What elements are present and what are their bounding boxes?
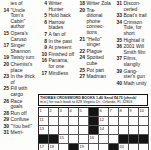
grid-cell[interactable] bbox=[109, 135, 119, 144]
clue-text: Hold back bbox=[49, 13, 78, 19]
clue-number: 39 bbox=[114, 69, 122, 80]
grid-cell[interactable] bbox=[99, 135, 109, 144]
clue-item: 6Harrow blades bbox=[39, 20, 77, 31]
cell-number: 2 bbox=[50, 108, 52, 113]
clue-item: 4Writer Hunter bbox=[39, 1, 77, 12]
clue-number: 16 bbox=[39, 58, 47, 69]
clue-number: 9 bbox=[39, 45, 47, 51]
grid-cell[interactable]: 14 bbox=[99, 126, 109, 135]
cell-number: 14 bbox=[100, 126, 104, 131]
grid-cell[interactable] bbox=[59, 117, 69, 126]
clue-item: 16Panama, for one bbox=[39, 58, 77, 69]
clue-item: 5Hold back bbox=[39, 13, 77, 19]
clue-item: 26Race goals bbox=[1, 99, 37, 110]
cell-number: 20 bbox=[120, 144, 124, 149]
cell-number: 8 bbox=[120, 108, 122, 113]
clue-text: Writer Zola bbox=[87, 1, 115, 7]
clue-number: 4 bbox=[39, 1, 47, 12]
clue-text: Boat's trail bbox=[124, 13, 151, 19]
grid-cell[interactable] bbox=[49, 117, 59, 126]
grid-cell[interactable]: 15 bbox=[59, 135, 69, 144]
clue-item: 14"Uncle Tom's Cabin" author bbox=[1, 8, 37, 30]
newspaper-crossword-page: ies of14"Uncle Tom's Cabin" author15Oper… bbox=[0, 0, 150, 150]
cell-number: 12 bbox=[100, 117, 104, 122]
clue-number: 33 bbox=[114, 13, 122, 19]
clue-item: 27Madman bbox=[77, 74, 114, 80]
clue-item: 362001 Will Smith film bbox=[114, 44, 150, 55]
clue-text: A fan of bbox=[49, 32, 78, 38]
cell-number: 19 bbox=[80, 144, 84, 149]
clue-number: 27 bbox=[77, 74, 85, 80]
clue-number: 26 bbox=[1, 99, 9, 110]
grid-cell[interactable]: 1 bbox=[39, 108, 49, 117]
block-cell bbox=[49, 135, 59, 144]
clue-item: 33Boat's trail bbox=[114, 13, 150, 19]
block-cell bbox=[89, 126, 99, 135]
clue-text: At present bbox=[49, 45, 78, 51]
clue-number: 37 bbox=[114, 56, 122, 67]
clue-item: 34Crimson Tide, for short bbox=[114, 20, 150, 37]
cell-number: 10 bbox=[140, 108, 144, 113]
right-area: 4Writer Hunter5Hold back6Harrow blades7A… bbox=[37, 0, 150, 150]
grid-cell[interactable] bbox=[109, 117, 119, 126]
clue-number: 15 bbox=[1, 31, 9, 42]
cell-number: 13 bbox=[40, 126, 44, 131]
grid-cell[interactable] bbox=[119, 126, 129, 135]
clue-number: 25 bbox=[1, 86, 9, 97]
crossword-grid-area: 1234567891011121314151617181920 bbox=[37, 107, 150, 150]
clue-item: 39Gang- ster's gun bbox=[114, 69, 150, 80]
crossword-books-promo: THOMAS CROSSWORD BOOKS 1-40 Send $4.75 (… bbox=[38, 94, 148, 106]
block-cell bbox=[39, 135, 49, 144]
grid-cell[interactable] bbox=[89, 144, 99, 150]
cell-number: 9 bbox=[130, 108, 132, 113]
grid-cell[interactable] bbox=[59, 126, 69, 135]
clue-text: Race goals bbox=[11, 99, 38, 110]
grid-cell[interactable] bbox=[139, 144, 149, 150]
clue-text: Mindless bbox=[49, 71, 78, 77]
clue-text: Tra- ditional phone connec- tions bbox=[87, 8, 115, 36]
clue-number: 6 bbox=[39, 20, 47, 31]
clue-item: 9At present bbox=[39, 45, 77, 51]
clue-text: Merri- bbox=[11, 130, 38, 136]
block-cell bbox=[119, 135, 129, 144]
clue-item: 17Singer Shannon bbox=[1, 43, 37, 54]
grid-cell[interactable] bbox=[139, 126, 149, 135]
clue-text: Spotted cube bbox=[87, 55, 115, 66]
cell-number: 1 bbox=[40, 108, 42, 113]
clue-number: 20 bbox=[77, 8, 85, 36]
cell-number: 3 bbox=[60, 108, 62, 113]
clue-number: 36 bbox=[114, 44, 122, 55]
grid-cell[interactable]: 12 bbox=[99, 117, 109, 126]
clue-text: "Uncle Tom's Cabin" author bbox=[11, 8, 38, 30]
clue-text: Discon- certed bbox=[124, 1, 151, 12]
grid-cell[interactable] bbox=[69, 117, 79, 126]
block-cell bbox=[129, 135, 139, 144]
grid-cell[interactable] bbox=[129, 144, 139, 150]
clue-number: 17 bbox=[1, 43, 9, 54]
grid-cell[interactable]: 10 bbox=[139, 108, 149, 117]
clue-text: Films, slangily bbox=[124, 56, 151, 67]
crossword-grid: 1234567891011121314151617181920 bbox=[38, 107, 149, 150]
clue-number: 34 bbox=[114, 20, 122, 37]
clue-number: 24 bbox=[77, 55, 85, 66]
cell-number: 7 bbox=[110, 108, 112, 113]
clue-text: ies of bbox=[11, 1, 38, 7]
clue-item: 25Fill with cargo bbox=[1, 86, 37, 97]
grid-cell[interactable]: 7 bbox=[109, 108, 119, 117]
grid-cell[interactable]: 4 bbox=[69, 108, 79, 117]
clue-number: 31 bbox=[114, 1, 122, 12]
clue-item: 23In the thick of bbox=[1, 74, 37, 85]
clue-text: In the thick of bbox=[11, 74, 38, 85]
clue-item: 31Merri- bbox=[1, 130, 37, 136]
grid-cell[interactable]: 19 bbox=[79, 144, 89, 150]
grid-cell[interactable]: 11 bbox=[39, 117, 49, 126]
cell-number: 15 bbox=[60, 135, 64, 140]
clue-number: 20 bbox=[1, 62, 9, 73]
down-clues-column-3: 31Discon- certed33Boat's trail34Crimson … bbox=[114, 0, 150, 94]
clue-number bbox=[1, 1, 9, 7]
grid-cell[interactable] bbox=[139, 117, 149, 126]
grid-cell[interactable] bbox=[79, 117, 89, 126]
grid-cell[interactable]: 6 bbox=[99, 108, 109, 117]
block-cell bbox=[139, 135, 149, 144]
clue-text: Panama, for one bbox=[49, 58, 78, 69]
clue-item: 15Opera's Caruso bbox=[1, 31, 37, 42]
grid-cell[interactable] bbox=[69, 135, 79, 144]
clue-item: 17Mindless bbox=[39, 71, 77, 77]
grid-cell[interactable]: 2 bbox=[49, 108, 59, 117]
cell-number: 4 bbox=[70, 108, 72, 113]
promo-line-2: m.o.) for each book to 628 Virginia Dr.,… bbox=[40, 100, 146, 104]
grid-cell[interactable]: 9 bbox=[129, 108, 139, 117]
across-clues-column: ies of14"Uncle Tom's Cabin" author15Oper… bbox=[0, 0, 37, 150]
clue-text: Singer Shannon bbox=[11, 43, 38, 54]
clue-text: Harrow blades bbox=[49, 20, 78, 31]
block-cell bbox=[69, 144, 79, 150]
grid-cell[interactable] bbox=[99, 144, 109, 150]
clue-number: 14 bbox=[1, 8, 9, 30]
block-cell bbox=[89, 108, 99, 117]
clue-item: 7A fan of bbox=[39, 32, 77, 38]
grid-cell[interactable]: 3 bbox=[59, 108, 69, 117]
block-cell bbox=[109, 144, 119, 150]
grid-cell[interactable]: 20 bbox=[119, 144, 129, 150]
clue-item: ies of bbox=[1, 1, 37, 7]
clue-item: 20Chemist's place bbox=[1, 62, 37, 73]
grid-cell[interactable]: 17 bbox=[39, 144, 49, 150]
cell-number: 17 bbox=[40, 144, 44, 149]
grid-cell[interactable] bbox=[59, 144, 69, 150]
clue-number: 17 bbox=[39, 71, 47, 77]
grid-cell[interactable]: 18 bbox=[49, 144, 59, 150]
grid-cell[interactable] bbox=[129, 126, 139, 135]
clue-number: 31 bbox=[1, 130, 9, 136]
clue-text: Writer Hunter bbox=[49, 1, 78, 12]
grid-cell[interactable]: 13 bbox=[39, 126, 49, 135]
clue-number: 5 bbox=[39, 13, 47, 19]
cell-number: 6 bbox=[100, 108, 102, 113]
clue-item: 31Discon- certed bbox=[114, 1, 150, 12]
clue-number: 23 bbox=[1, 74, 9, 85]
clue-text: Math unity bbox=[124, 81, 151, 87]
grid-cell[interactable] bbox=[69, 126, 79, 135]
clue-text: Crimson Tide, for short bbox=[124, 20, 151, 37]
clue-text: Gang- ster's gun bbox=[124, 69, 151, 80]
clue-text: Madman bbox=[87, 74, 115, 80]
down-clues-column-2: 18Writer Zola20Tra- ditional phone conne… bbox=[77, 0, 114, 94]
clue-item: 40Math unity bbox=[114, 81, 150, 87]
clue-item: 21"Hello" singer bbox=[77, 37, 114, 48]
block-cell bbox=[89, 117, 99, 126]
grid-cell[interactable] bbox=[109, 126, 119, 135]
clue-item: 24Spotted cube bbox=[77, 55, 114, 66]
cell-number: 11 bbox=[40, 117, 44, 122]
cell-number: 18 bbox=[50, 144, 54, 149]
grid-cell[interactable] bbox=[49, 126, 59, 135]
clue-text: Opera's Caruso bbox=[11, 31, 38, 42]
clue-number: 18 bbox=[77, 1, 85, 7]
grid-cell[interactable]: 5 bbox=[79, 108, 89, 117]
grid-cell[interactable] bbox=[79, 126, 89, 135]
grid-cell[interactable] bbox=[79, 135, 89, 144]
grid-cell[interactable]: 16 bbox=[89, 135, 99, 144]
down-clues-column-1: 4Writer Hunter5Hold back6Harrow blades7A… bbox=[37, 0, 77, 94]
clue-text: Chemist's place bbox=[11, 62, 38, 73]
clue-item: 20Tra- ditional phone connec- tions bbox=[77, 8, 114, 36]
grid-cell[interactable] bbox=[119, 117, 129, 126]
down-clues-columns: 4Writer Hunter5Hold back6Harrow blades7A… bbox=[37, 0, 150, 94]
clue-item: 18Writer Zola bbox=[77, 1, 114, 7]
clue-number: 40 bbox=[114, 81, 122, 87]
clue-text: 2001 Will Smith film bbox=[124, 44, 151, 55]
clue-text: "Hello" singer bbox=[87, 37, 115, 48]
clue-item: 37Films, slangily bbox=[114, 56, 150, 67]
clue-number: 21 bbox=[77, 37, 85, 48]
grid-cell[interactable]: 8 bbox=[119, 108, 129, 117]
cell-number: 5 bbox=[80, 108, 82, 113]
clue-text: Fill with cargo bbox=[11, 86, 38, 97]
grid-cell[interactable] bbox=[129, 117, 139, 126]
cell-number: 16 bbox=[90, 135, 94, 140]
clue-number: 7 bbox=[39, 32, 47, 38]
